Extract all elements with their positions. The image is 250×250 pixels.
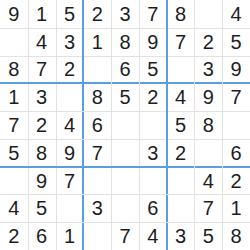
cell-r4c1[interactable]: 1 (0, 83, 28, 111)
cell-r9c7[interactable]: 3 (167, 222, 195, 250)
cell-r4c2[interactable]: 3 (28, 83, 56, 111)
cell-r9c5[interactable]: 7 (111, 222, 139, 250)
cell-r6c4[interactable]: 7 (83, 139, 111, 167)
cell-r9c4[interactable] (83, 222, 111, 250)
cell-r7c6[interactable] (139, 167, 167, 195)
cell-r4c6[interactable]: 2 (139, 83, 167, 111)
cell-r7c1[interactable] (0, 167, 28, 195)
cell-r2c6[interactable]: 9 (139, 28, 167, 56)
cell-r7c2[interactable]: 9 (28, 167, 56, 195)
cell-r2c9[interactable]: 5 (222, 28, 250, 56)
cell-r3c4[interactable] (83, 56, 111, 84)
cell-r2c8[interactable]: 2 (194, 28, 222, 56)
cell-r1c6[interactable]: 7 (139, 0, 167, 28)
cell-r3c8[interactable]: 3 (194, 56, 222, 84)
cell-r5c5[interactable] (111, 111, 139, 139)
cell-r4c3[interactable] (56, 83, 84, 111)
cell-r5c4[interactable]: 6 (83, 111, 111, 139)
cell-r1c1[interactable]: 9 (0, 0, 28, 28)
cell-r3c7[interactable] (167, 56, 195, 84)
cell-r6c6[interactable]: 3 (139, 139, 167, 167)
cell-r4c4[interactable]: 8 (83, 83, 111, 111)
cell-r3c6[interactable]: 5 (139, 56, 167, 84)
cell-r2c2[interactable]: 4 (28, 28, 56, 56)
cell-r7c9[interactable]: 2 (222, 167, 250, 195)
cell-r3c2[interactable]: 7 (28, 56, 56, 84)
cell-r9c9[interactable]: 8 (222, 222, 250, 250)
cell-r4c5[interactable]: 5 (111, 83, 139, 111)
cell-r7c5[interactable] (111, 167, 139, 195)
cell-r5c7[interactable]: 5 (167, 111, 195, 139)
cell-r8c2[interactable]: 5 (28, 194, 56, 222)
cell-r2c5[interactable]: 8 (111, 28, 139, 56)
cell-r8c8[interactable]: 7 (194, 194, 222, 222)
cell-r8c6[interactable]: 6 (139, 194, 167, 222)
cell-r5c8[interactable]: 8 (194, 111, 222, 139)
cell-r5c3[interactable]: 4 (56, 111, 84, 139)
cell-r8c9[interactable]: 1 (222, 194, 250, 222)
cell-r2c4[interactable]: 1 (83, 28, 111, 56)
cell-r1c9[interactable]: 4 (222, 0, 250, 28)
cell-r6c5[interactable] (111, 139, 139, 167)
cell-r6c8[interactable] (194, 139, 222, 167)
cell-r9c6[interactable]: 4 (139, 222, 167, 250)
cell-r9c3[interactable]: 1 (56, 222, 84, 250)
cell-r6c3[interactable]: 9 (56, 139, 84, 167)
cell-r1c8[interactable] (194, 0, 222, 28)
cell-r9c8[interactable]: 5 (194, 222, 222, 250)
cell-r8c3[interactable] (56, 194, 84, 222)
cell-r5c9[interactable] (222, 111, 250, 139)
cell-r9c2[interactable]: 6 (28, 222, 56, 250)
cell-r7c8[interactable]: 4 (194, 167, 222, 195)
cell-r5c6[interactable] (139, 111, 167, 139)
cell-r1c2[interactable]: 1 (28, 0, 56, 28)
cell-r7c4[interactable] (83, 167, 111, 195)
cell-r5c2[interactable]: 2 (28, 111, 56, 139)
cell-r8c7[interactable] (167, 194, 195, 222)
cell-r8c1[interactable]: 4 (0, 194, 28, 222)
cell-r5c1[interactable]: 7 (0, 111, 28, 139)
cell-r3c3[interactable]: 2 (56, 56, 84, 84)
cell-r1c3[interactable]: 5 (56, 0, 84, 28)
cell-r1c7[interactable]: 8 (167, 0, 195, 28)
cell-r4c8[interactable]: 9 (194, 83, 222, 111)
cell-r6c1[interactable]: 5 (0, 139, 28, 167)
cell-r4c9[interactable]: 7 (222, 83, 250, 111)
cell-r3c9[interactable]: 9 (222, 56, 250, 84)
sudoku-board: 9152378443189725872653913852497724658589… (0, 0, 250, 250)
cell-r6c7[interactable]: 2 (167, 139, 195, 167)
cell-r1c4[interactable]: 2 (83, 0, 111, 28)
cell-r1c5[interactable]: 3 (111, 0, 139, 28)
cell-r2c7[interactable]: 7 (167, 28, 195, 56)
cell-r6c2[interactable]: 8 (28, 139, 56, 167)
cell-r4c7[interactable]: 4 (167, 83, 195, 111)
cell-r3c1[interactable]: 8 (0, 56, 28, 84)
cell-r8c4[interactable]: 3 (83, 194, 111, 222)
cell-r2c3[interactable]: 3 (56, 28, 84, 56)
cell-r7c3[interactable]: 7 (56, 167, 84, 195)
cell-r8c5[interactable] (111, 194, 139, 222)
cell-r7c7[interactable] (167, 167, 195, 195)
cell-r9c1[interactable]: 2 (0, 222, 28, 250)
cell-r3c5[interactable]: 6 (111, 56, 139, 84)
cell-r2c1[interactable] (0, 28, 28, 56)
cell-r6c9[interactable]: 6 (222, 139, 250, 167)
